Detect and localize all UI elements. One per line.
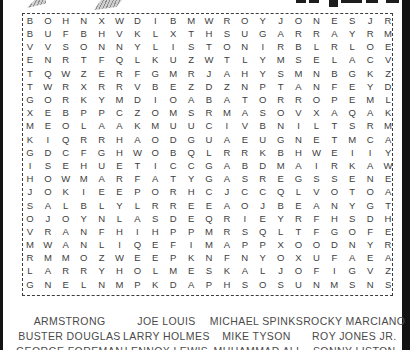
grid-cell[interactable]: F <box>325 80 343 93</box>
grid-cell[interactable]: H <box>21 172 39 185</box>
grid-cell[interactable]: A <box>218 159 236 172</box>
grid-cell[interactable]: P <box>164 251 182 264</box>
grid-cell[interactable]: M <box>57 251 75 264</box>
grid-cell[interactable]: A <box>182 93 200 106</box>
grid-cell[interactable]: I <box>146 93 164 106</box>
grid-cell[interactable]: O <box>128 265 146 278</box>
grid-cell[interactable]: K <box>146 54 164 67</box>
grid-cell[interactable]: H <box>325 212 343 225</box>
grid-cell[interactable]: W <box>128 146 146 159</box>
grid-cell[interactable]: P <box>75 106 93 119</box>
grid-cell[interactable]: L <box>290 185 308 198</box>
grid-cell[interactable]: L <box>236 54 254 67</box>
grid-cell[interactable]: X <box>93 14 111 27</box>
grid-cell[interactable]: V <box>21 225 39 238</box>
grid-cell[interactable]: R <box>254 172 272 185</box>
grid-cell[interactable]: S <box>307 172 325 185</box>
grid-cell[interactable]: C <box>361 133 379 146</box>
grid-cell[interactable]: Y <box>379 146 397 159</box>
grid-cell[interactable]: N <box>325 199 343 212</box>
grid-cell[interactable]: O <box>236 14 254 27</box>
grid-cell[interactable]: O <box>290 265 308 278</box>
grid-cell[interactable]: R <box>93 80 111 93</box>
grid-cell[interactable]: K <box>128 27 146 40</box>
grid-cell[interactable]: R <box>290 212 308 225</box>
grid-cell[interactable]: I <box>111 238 129 251</box>
grid-cell[interactable]: E <box>361 251 379 264</box>
grid-cell[interactable]: G <box>21 93 39 106</box>
grid-cell[interactable]: C <box>254 185 272 198</box>
grid-cell[interactable]: E <box>182 199 200 212</box>
grid-cell[interactable]: Y <box>93 93 111 106</box>
grid-cell[interactable]: A <box>93 172 111 185</box>
grid-cell[interactable]: G <box>290 172 308 185</box>
grid-cell[interactable]: R <box>218 14 236 27</box>
grid-cell[interactable]: O <box>39 172 57 185</box>
grid-cell[interactable]: L <box>254 265 272 278</box>
grid-cell[interactable]: S <box>343 14 361 27</box>
grid-cell[interactable]: C <box>361 54 379 67</box>
grid-cell[interactable]: O <box>75 251 93 264</box>
grid-cell[interactable]: U <box>307 251 325 264</box>
grid-cell[interactable]: L <box>379 93 397 106</box>
grid-cell[interactable]: L <box>272 225 290 238</box>
grid-cell[interactable]: N <box>307 80 325 93</box>
grid-cell[interactable]: L <box>146 40 164 53</box>
grid-cell[interactable]: Y <box>343 27 361 40</box>
grid-cell[interactable]: L <box>128 54 146 67</box>
grid-cell[interactable]: S <box>57 40 75 53</box>
grid-cell[interactable]: J <box>200 67 218 80</box>
grid-cell[interactable]: Q <box>111 54 129 67</box>
grid-cell[interactable]: O <box>272 106 290 119</box>
grid-cell[interactable]: T <box>325 133 343 146</box>
grid-cell[interactable]: R <box>272 93 290 106</box>
grid-cell[interactable]: S <box>146 212 164 225</box>
grid-cell[interactable]: E <box>379 225 397 238</box>
grid-cell[interactable]: C <box>57 146 75 159</box>
grid-cell[interactable]: T <box>182 27 200 40</box>
grid-cell[interactable]: K <box>146 278 164 291</box>
grid-cell[interactable]: I <box>325 265 343 278</box>
grid-cell[interactable]: B <box>290 40 308 53</box>
grid-cell[interactable]: A <box>218 172 236 185</box>
grid-cell[interactable]: O <box>307 93 325 106</box>
grid-cell[interactable]: V <box>39 40 57 53</box>
grid-cell[interactable]: R <box>379 14 397 27</box>
grid-cell[interactable]: E <box>307 133 325 146</box>
grid-cell[interactable]: D <box>361 212 379 225</box>
grid-cell[interactable]: P <box>128 185 146 198</box>
grid-cell[interactable]: H <box>93 27 111 40</box>
grid-cell[interactable]: R <box>182 67 200 80</box>
grid-cell[interactable]: A <box>128 133 146 146</box>
grid-cell[interactable]: N <box>200 251 218 264</box>
grid-cell[interactable]: R <box>111 172 129 185</box>
grid-cell[interactable]: N <box>307 67 325 80</box>
grid-cell[interactable]: S <box>236 278 254 291</box>
grid-cell[interactable]: R <box>111 67 129 80</box>
grid-cell[interactable]: J <box>254 199 272 212</box>
grid-cell[interactable]: Q <box>182 146 200 159</box>
grid-cell[interactable]: M <box>343 133 361 146</box>
grid-cell[interactable]: R <box>272 40 290 53</box>
grid-cell[interactable]: G <box>325 225 343 238</box>
grid-cell[interactable]: V <box>111 27 129 40</box>
grid-cell[interactable]: E <box>39 106 57 119</box>
grid-cell[interactable]: W <box>57 67 75 80</box>
grid-cell[interactable]: A <box>57 238 75 251</box>
grid-cell[interactable]: O <box>57 120 75 133</box>
grid-cell[interactable]: B <box>75 199 93 212</box>
grid-cell[interactable]: N <box>75 225 93 238</box>
grid-cell[interactable]: I <box>290 120 308 133</box>
grid-cell[interactable]: E <box>379 172 397 185</box>
grid-cell[interactable]: N <box>236 40 254 53</box>
grid-cell[interactable]: O <box>39 93 57 106</box>
grid-cell[interactable]: W <box>379 159 397 172</box>
grid-cell[interactable]: O <box>290 14 308 27</box>
grid-cell[interactable]: S <box>236 225 254 238</box>
grid-cell[interactable]: T <box>200 40 218 53</box>
grid-cell[interactable]: O <box>307 238 325 251</box>
grid-cell[interactable]: V <box>128 80 146 93</box>
grid-cell[interactable]: M <box>200 238 218 251</box>
grid-cell[interactable]: Q <box>200 212 218 225</box>
grid-cell[interactable]: B <box>57 106 75 119</box>
grid-cell[interactable]: S <box>218 27 236 40</box>
grid-cell[interactable]: J <box>218 185 236 198</box>
grid-cell[interactable]: R <box>57 80 75 93</box>
grid-cell[interactable]: D <box>39 146 57 159</box>
grid-cell[interactable]: R <box>164 185 182 198</box>
grid-cell[interactable]: S <box>39 159 57 172</box>
grid-cell[interactable]: D <box>254 159 272 172</box>
grid-cell[interactable]: W <box>57 172 75 185</box>
grid-cell[interactable]: L <box>343 40 361 53</box>
grid-cell[interactable]: N <box>307 278 325 291</box>
grid-cell[interactable]: Q <box>254 225 272 238</box>
grid-cell[interactable]: T <box>21 67 39 80</box>
grid-cell[interactable]: N <box>39 54 57 67</box>
grid-cell[interactable]: M <box>75 172 93 185</box>
grid-cell[interactable]: A <box>182 278 200 291</box>
grid-cell[interactable]: E <box>343 172 361 185</box>
grid-cell[interactable]: A <box>343 251 361 264</box>
grid-cell[interactable]: O <box>325 185 343 198</box>
grid-cell[interactable]: N <box>290 133 308 146</box>
grid-cell[interactable]: A <box>236 106 254 119</box>
grid-cell[interactable]: O <box>146 185 164 198</box>
grid-cell[interactable]: X <box>272 238 290 251</box>
grid-cell[interactable]: O <box>272 251 290 264</box>
grid-cell[interactable]: D <box>325 238 343 251</box>
grid-cell[interactable]: M <box>218 106 236 119</box>
grid-cell[interactable]: M <box>379 120 397 133</box>
grid-cell[interactable]: E <box>164 80 182 93</box>
grid-cell[interactable]: F <box>128 67 146 80</box>
grid-cell[interactable]: Y <box>254 251 272 264</box>
grid-cell[interactable]: X <box>21 106 39 119</box>
grid-cell[interactable]: O <box>57 212 75 225</box>
grid-cell[interactable]: G <box>343 67 361 80</box>
grid-cell[interactable]: F <box>361 225 379 238</box>
grid-cell[interactable]: E <box>146 238 164 251</box>
grid-cell[interactable]: O <box>343 225 361 238</box>
grid-cell[interactable]: L <box>93 199 111 212</box>
grid-cell[interactable]: E <box>272 172 290 185</box>
grid-cell[interactable]: A <box>218 93 236 106</box>
grid-cell[interactable]: R <box>146 199 164 212</box>
grid-cell[interactable]: T <box>272 80 290 93</box>
grid-cell[interactable]: A <box>307 199 325 212</box>
grid-cell[interactable]: A <box>379 251 397 264</box>
grid-cell[interactable]: O <box>164 93 182 106</box>
grid-cell[interactable]: R <box>39 225 57 238</box>
grid-cell[interactable]: S <box>182 106 200 119</box>
grid-cell[interactable]: I <box>128 225 146 238</box>
grid-cell[interactable]: U <box>39 27 57 40</box>
grid-cell[interactable]: E <box>57 159 75 172</box>
grid-cell[interactable]: C <box>200 120 218 133</box>
grid-cell[interactable]: F <box>93 225 111 238</box>
grid-cell[interactable]: T <box>236 93 254 106</box>
grid-cell[interactable]: I <box>307 159 325 172</box>
grid-cell[interactable]: T <box>343 185 361 198</box>
grid-cell[interactable]: W <box>111 14 129 27</box>
grid-cell[interactable]: X <box>164 27 182 40</box>
grid-cell[interactable]: K <box>361 67 379 80</box>
grid-cell[interactable]: H <box>111 146 129 159</box>
grid-cell[interactable]: O <box>146 106 164 119</box>
grid-cell[interactable]: L <box>200 146 218 159</box>
grid-cell[interactable]: S <box>200 265 218 278</box>
grid-cell[interactable]: M <box>21 238 39 251</box>
grid-cell[interactable]: D <box>128 93 146 106</box>
grid-cell[interactable]: Y <box>93 265 111 278</box>
grid-cell[interactable]: O <box>236 199 254 212</box>
grid-cell[interactable]: M <box>272 54 290 67</box>
grid-cell[interactable]: R <box>325 159 343 172</box>
grid-cell[interactable]: V <box>236 120 254 133</box>
grid-cell[interactable]: B <box>254 120 272 133</box>
grid-cell[interactable]: G <box>93 146 111 159</box>
grid-cell[interactable]: A <box>325 27 343 40</box>
grid-cell[interactable]: G <box>200 159 218 172</box>
grid-cell[interactable]: L <box>75 278 93 291</box>
grid-cell[interactable]: R <box>164 199 182 212</box>
grid-cell[interactable]: E <box>236 133 254 146</box>
grid-cell[interactable]: A <box>218 67 236 80</box>
grid-cell[interactable]: B <box>75 27 93 40</box>
grid-cell[interactable]: Q <box>343 106 361 119</box>
grid-cell[interactable]: A <box>272 27 290 40</box>
grid-cell[interactable]: R <box>93 133 111 146</box>
grid-cell[interactable]: S <box>343 120 361 133</box>
grid-cell[interactable]: U <box>290 278 308 291</box>
grid-cell[interactable]: P <box>236 238 254 251</box>
grid-cell[interactable]: G <box>254 27 272 40</box>
grid-cell[interactable]: S <box>325 172 343 185</box>
grid-cell[interactable]: I <box>361 146 379 159</box>
grid-cell[interactable]: A <box>290 80 308 93</box>
grid-cell[interactable]: Z <box>379 265 397 278</box>
grid-cell[interactable]: A <box>290 159 308 172</box>
grid-cell[interactable]: H <box>218 278 236 291</box>
grid-cell[interactable]: A <box>146 172 164 185</box>
grid-cell[interactable]: V <box>21 40 39 53</box>
grid-cell[interactable]: P <box>164 225 182 238</box>
grid-cell[interactable]: D <box>379 80 397 93</box>
grid-cell[interactable]: O <box>254 278 272 291</box>
grid-cell[interactable]: U <box>182 120 200 133</box>
grid-cell[interactable]: Y <box>254 54 272 67</box>
grid-cell[interactable]: F <box>164 238 182 251</box>
grid-cell[interactable]: F <box>75 146 93 159</box>
grid-cell[interactable]: E <box>254 212 272 225</box>
grid-cell[interactable]: M <box>21 120 39 133</box>
grid-cell[interactable]: G <box>361 199 379 212</box>
grid-cell[interactable]: A <box>361 159 379 172</box>
grid-cell[interactable]: K <box>379 106 397 119</box>
grid-cell[interactable]: S <box>236 172 254 185</box>
grid-cell[interactable]: R <box>236 146 254 159</box>
grid-cell[interactable]: M <box>39 251 57 264</box>
grid-cell[interactable]: E <box>93 67 111 80</box>
grid-cell[interactable]: S <box>21 199 39 212</box>
grid-cell[interactable]: L <box>111 212 129 225</box>
grid-cell[interactable]: E <box>39 120 57 133</box>
grid-cell[interactable]: E <box>379 40 397 53</box>
grid-cell[interactable]: P <box>93 106 111 119</box>
grid-cell[interactable]: I <box>21 159 39 172</box>
grid-cell[interactable]: H <box>111 225 129 238</box>
grid-cell[interactable]: X <box>75 80 93 93</box>
grid-cell[interactable]: E <box>128 251 146 264</box>
grid-cell[interactable]: P <box>200 278 218 291</box>
grid-cell[interactable]: O <box>146 146 164 159</box>
grid-cell[interactable]: K <box>21 133 39 146</box>
grid-cell[interactable]: W <box>39 238 57 251</box>
grid-cell[interactable]: H <box>57 14 75 27</box>
grid-cell[interactable]: I <box>343 146 361 159</box>
grid-cell[interactable]: E <box>182 265 200 278</box>
grid-cell[interactable]: L <box>146 27 164 40</box>
grid-cell[interactable]: M <box>182 14 200 27</box>
grid-cell[interactable]: W <box>39 80 57 93</box>
grid-cell[interactable]: A <box>218 238 236 251</box>
grid-cell[interactable]: M <box>272 159 290 172</box>
grid-cell[interactable]: I <box>182 238 200 251</box>
grid-cell[interactable]: E <box>290 199 308 212</box>
grid-cell[interactable]: F <box>307 265 325 278</box>
grid-cell[interactable]: F <box>57 27 75 40</box>
grid-cell[interactable]: K <box>57 185 75 198</box>
grid-cell[interactable]: L <box>128 199 146 212</box>
grid-cell[interactable]: T <box>164 172 182 185</box>
grid-cell[interactable]: S <box>343 278 361 291</box>
grid-cell[interactable]: E <box>111 159 129 172</box>
grid-cell[interactable]: Z <box>218 80 236 93</box>
grid-cell[interactable]: W <box>307 146 325 159</box>
grid-cell[interactable]: A <box>39 199 57 212</box>
grid-cell[interactable]: K <box>254 146 272 159</box>
grid-cell[interactable]: E <box>111 185 129 198</box>
grid-cell[interactable]: A <box>361 106 379 119</box>
grid-cell[interactable]: X <box>307 106 325 119</box>
grid-cell[interactable]: G <box>272 133 290 146</box>
grid-cell[interactable]: L <box>146 265 164 278</box>
grid-cell[interactable]: T <box>128 159 146 172</box>
grid-cell[interactable]: M <box>164 67 182 80</box>
grid-cell[interactable]: P <box>182 225 200 238</box>
grid-cell[interactable]: A <box>325 106 343 119</box>
grid-cell[interactable]: A <box>39 265 57 278</box>
grid-cell[interactable]: A <box>111 120 129 133</box>
grid-cell[interactable]: B <box>164 146 182 159</box>
grid-cell[interactable]: U <box>236 27 254 40</box>
grid-cell[interactable]: G <box>200 172 218 185</box>
grid-cell[interactable]: B <box>21 14 39 27</box>
grid-cell[interactable]: E <box>57 278 75 291</box>
grid-cell[interactable]: L <box>21 265 39 278</box>
grid-cell[interactable]: T <box>21 80 39 93</box>
grid-cell[interactable]: C <box>200 185 218 198</box>
grid-cell[interactable]: K <box>343 159 361 172</box>
grid-cell[interactable]: D <box>164 133 182 146</box>
grid-cell[interactable]: O <box>39 185 57 198</box>
grid-cell[interactable]: M <box>325 278 343 291</box>
grid-cell[interactable]: J <box>21 185 39 198</box>
grid-cell[interactable]: L <box>75 120 93 133</box>
grid-cell[interactable]: Y <box>272 212 290 225</box>
grid-cell[interactable]: N <box>93 40 111 53</box>
grid-cell[interactable]: E <box>182 212 200 225</box>
grid-cell[interactable]: Q <box>272 185 290 198</box>
grid-cell[interactable]: A <box>379 185 397 198</box>
grid-cell[interactable]: L <box>93 238 111 251</box>
grid-cell[interactable]: F <box>218 251 236 264</box>
grid-cell[interactable]: N <box>39 278 57 291</box>
grid-cell[interactable]: Q <box>57 133 75 146</box>
grid-cell[interactable]: R <box>290 27 308 40</box>
grid-cell[interactable]: M <box>111 278 129 291</box>
grid-cell[interactable]: M <box>379 27 397 40</box>
grid-cell[interactable]: R <box>75 133 93 146</box>
grid-cell[interactable]: E <box>325 146 343 159</box>
grid-cell[interactable]: T <box>379 199 397 212</box>
grid-cell[interactable]: A <box>218 199 236 212</box>
grid-cell[interactable]: M <box>111 93 129 106</box>
grid-cell[interactable]: Q <box>128 238 146 251</box>
grid-cell[interactable]: E <box>146 251 164 264</box>
grid-cell[interactable]: T <box>218 54 236 67</box>
grid-cell[interactable]: G <box>182 133 200 146</box>
grid-cell[interactable]: D <box>128 14 146 27</box>
grid-cell[interactable]: E <box>307 54 325 67</box>
grid-cell[interactable]: O <box>218 40 236 53</box>
grid-cell[interactable]: Y <box>111 199 129 212</box>
grid-cell[interactable]: G <box>146 67 164 80</box>
grid-cell[interactable]: B <box>164 14 182 27</box>
grid-cell[interactable]: S <box>290 54 308 67</box>
grid-cell[interactable]: I <box>39 133 57 146</box>
grid-cell[interactable]: Y <box>128 40 146 53</box>
grid-cell[interactable]: Y <box>75 212 93 225</box>
grid-cell[interactable]: T <box>325 120 343 133</box>
grid-cell[interactable]: O <box>75 40 93 53</box>
grid-cell[interactable]: N <box>272 120 290 133</box>
